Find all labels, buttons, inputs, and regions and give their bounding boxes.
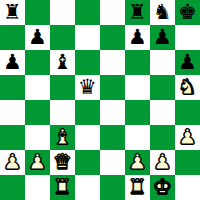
square-e2[interactable] <box>100 150 125 175</box>
square-b6[interactable] <box>25 50 50 75</box>
square-h3[interactable]: ♟ <box>175 125 200 150</box>
square-c5[interactable] <box>50 75 75 100</box>
square-e6[interactable] <box>100 50 125 75</box>
piece-black-bishop: ♝ <box>53 50 72 75</box>
piece-black-pawn: ♟ <box>128 25 147 50</box>
square-c7[interactable] <box>50 25 75 50</box>
square-e4[interactable] <box>100 100 125 125</box>
square-b3[interactable] <box>25 125 50 150</box>
piece-white-pawn: ♟ <box>153 150 172 175</box>
square-h1[interactable] <box>175 175 200 200</box>
square-a7[interactable] <box>0 25 25 50</box>
piece-black-pawn: ♟ <box>178 50 197 75</box>
square-a4[interactable] <box>0 100 25 125</box>
square-h5[interactable]: ♞ <box>175 75 200 100</box>
square-c3[interactable]: ♝ <box>50 125 75 150</box>
square-f6[interactable] <box>125 50 150 75</box>
square-f2[interactable]: ♟ <box>125 150 150 175</box>
square-c4[interactable] <box>50 100 75 125</box>
chess-board: ♜♜♞♚♟♟♟♟♝♟♛♞♝♟♟♟♛♟♟♜♜♚ <box>0 0 200 200</box>
square-f5[interactable] <box>125 75 150 100</box>
square-f3[interactable] <box>125 125 150 150</box>
piece-white-pawn: ♟ <box>128 150 147 175</box>
square-g1[interactable]: ♚ <box>150 175 175 200</box>
piece-black-pawn: ♟ <box>28 25 47 50</box>
piece-black-queen: ♛ <box>78 75 97 100</box>
piece-black-pawn: ♟ <box>3 50 22 75</box>
square-d3[interactable] <box>75 125 100 150</box>
square-g4[interactable] <box>150 100 175 125</box>
square-b8[interactable] <box>25 0 50 25</box>
square-e3[interactable] <box>100 125 125 150</box>
square-g2[interactable]: ♟ <box>150 150 175 175</box>
square-c2[interactable]: ♛ <box>50 150 75 175</box>
square-h8[interactable]: ♚ <box>175 0 200 25</box>
square-d1[interactable] <box>75 175 100 200</box>
square-c6[interactable]: ♝ <box>50 50 75 75</box>
piece-black-king: ♚ <box>178 0 197 25</box>
square-e7[interactable] <box>100 25 125 50</box>
square-a2[interactable]: ♟ <box>0 150 25 175</box>
piece-white-knight: ♞ <box>178 75 197 100</box>
square-d7[interactable] <box>75 25 100 50</box>
square-f1[interactable]: ♜ <box>125 175 150 200</box>
square-a8[interactable]: ♜ <box>0 0 25 25</box>
square-d6[interactable] <box>75 50 100 75</box>
square-b5[interactable] <box>25 75 50 100</box>
piece-white-rook: ♜ <box>128 175 147 200</box>
square-f7[interactable]: ♟ <box>125 25 150 50</box>
square-h2[interactable] <box>175 150 200 175</box>
square-b2[interactable]: ♟ <box>25 150 50 175</box>
piece-black-rook: ♜ <box>128 0 147 25</box>
square-e1[interactable] <box>100 175 125 200</box>
piece-black-knight: ♞ <box>153 0 172 25</box>
square-c8[interactable] <box>50 0 75 25</box>
square-g7[interactable]: ♟ <box>150 25 175 50</box>
square-a1[interactable] <box>0 175 25 200</box>
square-c1[interactable]: ♜ <box>50 175 75 200</box>
piece-white-pawn: ♟ <box>28 150 47 175</box>
piece-black-pawn: ♟ <box>153 25 172 50</box>
piece-white-queen: ♛ <box>53 150 72 175</box>
square-g6[interactable] <box>150 50 175 75</box>
piece-white-pawn: ♟ <box>3 150 22 175</box>
square-b7[interactable]: ♟ <box>25 25 50 50</box>
piece-white-bishop: ♝ <box>53 125 72 150</box>
square-d8[interactable] <box>75 0 100 25</box>
piece-white-king: ♚ <box>153 175 172 200</box>
square-b4[interactable] <box>25 100 50 125</box>
square-h7[interactable] <box>175 25 200 50</box>
piece-white-pawn: ♟ <box>178 125 197 150</box>
square-b1[interactable] <box>25 175 50 200</box>
square-e8[interactable] <box>100 0 125 25</box>
square-d5[interactable]: ♛ <box>75 75 100 100</box>
square-g3[interactable] <box>150 125 175 150</box>
square-h6[interactable]: ♟ <box>175 50 200 75</box>
square-f8[interactable]: ♜ <box>125 0 150 25</box>
square-g8[interactable]: ♞ <box>150 0 175 25</box>
square-a6[interactable]: ♟ <box>0 50 25 75</box>
square-f4[interactable] <box>125 100 150 125</box>
square-e5[interactable] <box>100 75 125 100</box>
square-d4[interactable] <box>75 100 100 125</box>
piece-black-rook: ♜ <box>3 0 22 25</box>
square-d2[interactable] <box>75 150 100 175</box>
square-a3[interactable] <box>0 125 25 150</box>
piece-white-rook: ♜ <box>53 175 72 200</box>
square-h4[interactable] <box>175 100 200 125</box>
square-g5[interactable] <box>150 75 175 100</box>
square-a5[interactable] <box>0 75 25 100</box>
